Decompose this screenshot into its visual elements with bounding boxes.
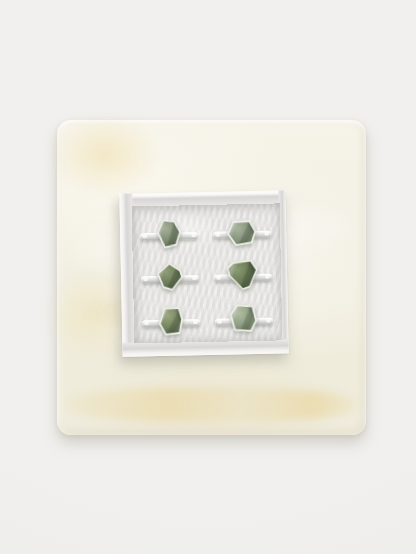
- bezel-rim: [226, 259, 259, 291]
- ring-stone-5: [160, 308, 181, 334]
- ring-3: [140, 256, 201, 301]
- stone-bezel: [226, 259, 259, 291]
- slab-vein: [65, 388, 359, 422]
- jewelry-box: [119, 190, 288, 356]
- ring-stone-6: [231, 306, 255, 331]
- stone-bezel: [227, 220, 256, 246]
- ring-stone-2: [229, 222, 254, 244]
- bezel-rim: [155, 217, 183, 249]
- bezel-rim: [227, 220, 256, 246]
- slab-vein: [49, 114, 161, 196]
- ring-stone-3: [159, 264, 181, 288]
- ring-4: [213, 255, 274, 300]
- stone-bezel: [155, 217, 183, 249]
- ring-6: [214, 299, 275, 344]
- ring-2: [212, 212, 273, 257]
- ring-1: [139, 213, 200, 258]
- ring-stone-1: [157, 219, 180, 247]
- bezel-rim: [157, 262, 184, 291]
- stone-bezel: [157, 262, 184, 291]
- photo-backdrop: [0, 0, 416, 554]
- bezel-rim: [229, 303, 258, 332]
- ring-5: [141, 300, 202, 345]
- ring-stone-4: [228, 261, 257, 289]
- stone-bezel: [158, 306, 183, 336]
- bezel-rim: [158, 306, 183, 336]
- stone-bezel: [229, 303, 258, 332]
